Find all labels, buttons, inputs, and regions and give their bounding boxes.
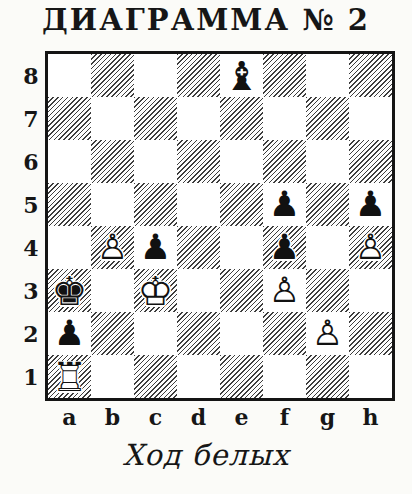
square-a7 xyxy=(48,97,91,140)
square-d6 xyxy=(177,140,220,183)
white-king-icon: ♚♔ xyxy=(138,271,174,311)
black-pawn-icon: ♟ xyxy=(54,316,85,351)
file-label-c: c xyxy=(134,404,177,430)
square-h6 xyxy=(349,140,392,183)
square-d5 xyxy=(177,183,220,226)
square-d3 xyxy=(177,269,220,312)
square-e3 xyxy=(220,269,263,312)
square-e4 xyxy=(220,226,263,269)
square-h7 xyxy=(349,97,392,140)
file-label-e: e xyxy=(220,404,263,430)
square-f4: ♟ xyxy=(263,226,306,269)
file-label-d: d xyxy=(177,404,220,430)
black-pawn-icon: ♟ xyxy=(355,187,386,222)
square-h1 xyxy=(349,355,392,398)
square-c5 xyxy=(134,183,177,226)
board: ♝♟♟♟♙♟♟♟♙♚♚♔♟♙♟♟♙♜♖ xyxy=(45,51,395,401)
square-g5 xyxy=(306,183,349,226)
white-pawn-icon: ♟♙ xyxy=(312,316,343,351)
file-label-a: a xyxy=(48,404,91,430)
square-h5: ♟ xyxy=(349,183,392,226)
square-a5 xyxy=(48,183,91,226)
square-c8 xyxy=(134,54,177,97)
rank-label-7: 7 xyxy=(17,97,45,140)
square-e5 xyxy=(220,183,263,226)
square-d1 xyxy=(177,355,220,398)
square-e2 xyxy=(220,312,263,355)
square-b7 xyxy=(91,97,134,140)
square-f8 xyxy=(263,54,306,97)
square-g4 xyxy=(306,226,349,269)
square-a8 xyxy=(48,54,91,97)
rank-label-8: 8 xyxy=(17,54,45,97)
square-c7 xyxy=(134,97,177,140)
square-c2 xyxy=(134,312,177,355)
white-pawn-icon: ♟♙ xyxy=(97,230,128,265)
square-a3: ♚ xyxy=(48,269,91,312)
file-label-h: h xyxy=(349,404,392,430)
square-b6 xyxy=(91,140,134,183)
square-h3 xyxy=(349,269,392,312)
square-a6 xyxy=(48,140,91,183)
square-d4 xyxy=(177,226,220,269)
square-a2: ♟ xyxy=(48,312,91,355)
black-pawn-icon: ♟ xyxy=(140,230,171,265)
file-labels: abcdefgh xyxy=(45,404,395,430)
square-e7 xyxy=(220,97,263,140)
square-g2: ♟♙ xyxy=(306,312,349,355)
square-b8 xyxy=(91,54,134,97)
square-g7 xyxy=(306,97,349,140)
square-d2 xyxy=(177,312,220,355)
rank-label-4: 4 xyxy=(17,226,45,269)
square-f5: ♟ xyxy=(263,183,306,226)
square-e8: ♝ xyxy=(220,54,263,97)
black-pawn-icon: ♟ xyxy=(269,230,300,265)
square-e6 xyxy=(220,140,263,183)
square-f2 xyxy=(263,312,306,355)
file-label-g: g xyxy=(306,404,349,430)
rank-label-1: 1 xyxy=(17,355,45,398)
rank-label-3: 3 xyxy=(17,269,45,312)
square-f1 xyxy=(263,355,306,398)
square-c6 xyxy=(134,140,177,183)
square-c1 xyxy=(134,355,177,398)
white-pawn-icon: ♟♙ xyxy=(269,273,300,308)
square-e1 xyxy=(220,355,263,398)
square-b2 xyxy=(91,312,134,355)
black-king-icon: ♚ xyxy=(52,271,88,311)
square-a4 xyxy=(48,226,91,269)
move-indicator-caption: Ход белых xyxy=(0,438,412,472)
white-rook-icon: ♜♖ xyxy=(52,357,88,397)
diagram-title: ДИАГРАММА № 2 xyxy=(0,0,412,37)
square-b5 xyxy=(91,183,134,226)
square-f7 xyxy=(263,97,306,140)
rank-label-2: 2 xyxy=(17,312,45,355)
square-c3: ♚♔ xyxy=(134,269,177,312)
file-label-b: b xyxy=(91,404,134,430)
square-f6 xyxy=(263,140,306,183)
square-f3: ♟♙ xyxy=(263,269,306,312)
black-bishop-icon: ♝ xyxy=(224,56,260,96)
square-h4: ♟♙ xyxy=(349,226,392,269)
chess-diagram-page: ДИАГРАММА № 2 87654321 ♝♟♟♟♙♟♟♟♙♚♚♔♟♙♟♟♙… xyxy=(0,0,412,494)
square-h8 xyxy=(349,54,392,97)
square-h2 xyxy=(349,312,392,355)
square-c4: ♟ xyxy=(134,226,177,269)
rank-labels: 87654321 xyxy=(17,51,45,398)
black-pawn-icon: ♟ xyxy=(269,187,300,222)
square-b3 xyxy=(91,269,134,312)
square-d7 xyxy=(177,97,220,140)
board-column: ♝♟♟♟♙♟♟♟♙♚♚♔♟♙♟♟♙♜♖ abcdefgh xyxy=(45,51,395,430)
square-g3 xyxy=(306,269,349,312)
square-d8 xyxy=(177,54,220,97)
rank-label-5: 5 xyxy=(17,183,45,226)
square-a1: ♜♖ xyxy=(48,355,91,398)
square-g6 xyxy=(306,140,349,183)
file-label-f: f xyxy=(263,404,306,430)
square-g1 xyxy=(306,355,349,398)
white-pawn-icon: ♟♙ xyxy=(355,230,386,265)
rank-label-6: 6 xyxy=(17,140,45,183)
diagram: 87654321 ♝♟♟♟♙♟♟♟♙♚♚♔♟♙♟♟♙♜♖ abcdefgh xyxy=(0,51,412,430)
square-b1 xyxy=(91,355,134,398)
square-g8 xyxy=(306,54,349,97)
square-b4: ♟♙ xyxy=(91,226,134,269)
